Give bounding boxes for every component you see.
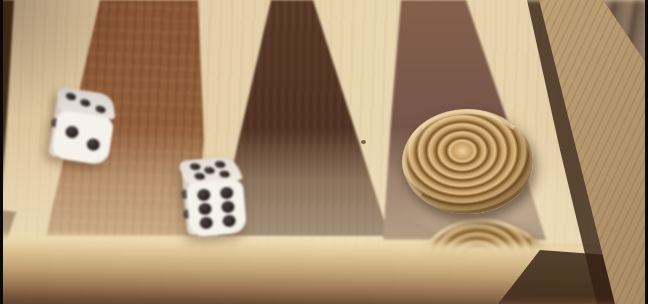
corner-vignette [0,0,648,304]
letterbox-left-bar [0,0,3,304]
backgammon-closeup-photo [0,0,648,304]
